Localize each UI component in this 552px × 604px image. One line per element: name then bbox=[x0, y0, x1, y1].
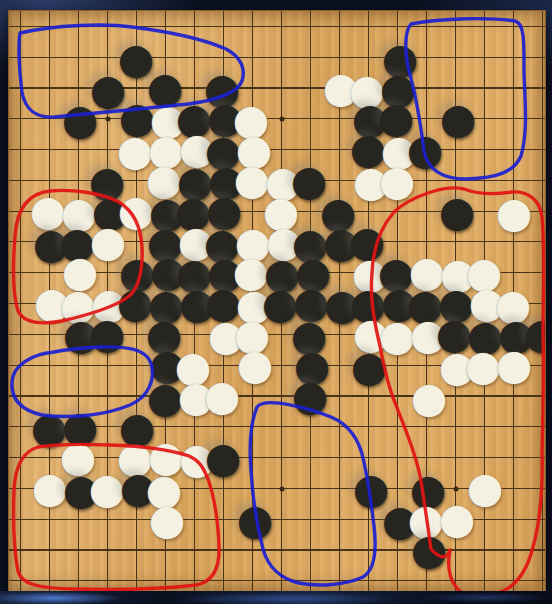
board-cell-17-11[interactable] bbox=[470, 319, 499, 350]
board-cell-10-2[interactable] bbox=[267, 42, 296, 73]
board-cell-2-14[interactable] bbox=[35, 411, 64, 442]
board-cell-11-17[interactable] bbox=[296, 504, 325, 535]
board-cell-12-17[interactable] bbox=[325, 504, 354, 535]
board-cell-5-2[interactable] bbox=[122, 42, 151, 73]
board-cell-10-6[interactable] bbox=[267, 165, 296, 196]
board-cell-19-5[interactable] bbox=[528, 134, 546, 165]
board-cell-8-10[interactable] bbox=[209, 288, 238, 319]
board-cell-1-4[interactable] bbox=[8, 103, 35, 134]
board-cell-1-11[interactable] bbox=[8, 319, 35, 350]
board-cell-11-10[interactable] bbox=[296, 288, 325, 319]
board-cell-9-17[interactable] bbox=[238, 504, 267, 535]
board-cell-11-14[interactable] bbox=[296, 411, 325, 442]
board-cell-8-9[interactable] bbox=[209, 257, 238, 288]
board-cell-3-1[interactable] bbox=[64, 11, 93, 42]
board-cell-2-8[interactable] bbox=[35, 227, 64, 258]
board-cell-1-13[interactable] bbox=[8, 381, 35, 412]
board-cell-3-4[interactable] bbox=[64, 103, 93, 134]
board-cell-2-6[interactable] bbox=[35, 165, 64, 196]
board-cell-11-2[interactable] bbox=[296, 42, 325, 73]
board-cell-10-1[interactable] bbox=[267, 11, 296, 42]
board-cell-19-3[interactable] bbox=[528, 73, 546, 104]
board-cell-1-19[interactable] bbox=[8, 565, 35, 592]
board-cell-19-16[interactable] bbox=[528, 473, 546, 504]
board-cell-5-5[interactable] bbox=[122, 134, 151, 165]
board-cell-17-10[interactable] bbox=[470, 288, 499, 319]
board-cell-5-18[interactable] bbox=[122, 535, 151, 566]
board-cell-13-9[interactable] bbox=[354, 257, 383, 288]
board-cell-3-16[interactable] bbox=[64, 473, 93, 504]
board-cell-3-11[interactable] bbox=[64, 319, 93, 350]
board-cell-18-9[interactable] bbox=[499, 257, 528, 288]
board-cell-8-13[interactable] bbox=[209, 381, 238, 412]
board-cell-7-12[interactable] bbox=[180, 350, 209, 381]
board-cell-16-19[interactable] bbox=[441, 565, 470, 592]
board-cell-14-4[interactable] bbox=[383, 103, 412, 134]
board-cell-15-5[interactable] bbox=[412, 134, 441, 165]
board-cell-12-11[interactable] bbox=[325, 319, 354, 350]
board-cell-4-14[interactable] bbox=[93, 411, 122, 442]
board-cell-16-1[interactable] bbox=[441, 11, 470, 42]
board-cell-2-16[interactable] bbox=[35, 473, 64, 504]
board-cell-19-6[interactable] bbox=[528, 165, 546, 196]
board-cell-14-7[interactable] bbox=[383, 196, 412, 227]
board-cell-18-1[interactable] bbox=[499, 11, 528, 42]
board-cell-11-15[interactable] bbox=[296, 442, 325, 473]
board-cell-13-2[interactable] bbox=[354, 42, 383, 73]
board-cell-15-1[interactable] bbox=[412, 11, 441, 42]
board-cell-8-8[interactable] bbox=[209, 227, 238, 258]
board-cell-6-1[interactable] bbox=[151, 11, 180, 42]
board-cell-4-13[interactable] bbox=[93, 381, 122, 412]
board-cell-18-2[interactable] bbox=[499, 42, 528, 73]
board-cell-11-1[interactable] bbox=[296, 11, 325, 42]
board-cell-17-2[interactable] bbox=[470, 42, 499, 73]
board-cell-7-17[interactable] bbox=[180, 504, 209, 535]
board-cell-8-2[interactable] bbox=[209, 42, 238, 73]
board-cell-2-10[interactable] bbox=[35, 288, 64, 319]
board-cell-4-19[interactable] bbox=[93, 565, 122, 592]
board-cell-12-16[interactable] bbox=[325, 473, 354, 504]
board-cell-18-18[interactable] bbox=[499, 535, 528, 566]
board-cell-2-1[interactable] bbox=[35, 11, 64, 42]
board-cell-16-2[interactable] bbox=[441, 42, 470, 73]
board-cell-7-11[interactable] bbox=[180, 319, 209, 350]
board-cell-5-14[interactable] bbox=[122, 411, 151, 442]
board-cell-7-2[interactable] bbox=[180, 42, 209, 73]
board-cell-13-3[interactable] bbox=[354, 73, 383, 104]
board-cell-12-18[interactable] bbox=[325, 535, 354, 566]
board-cell-16-9[interactable] bbox=[441, 257, 470, 288]
board-cell-3-15[interactable] bbox=[64, 442, 93, 473]
board-cell-6-7[interactable] bbox=[151, 196, 180, 227]
board-cell-8-3[interactable] bbox=[209, 73, 238, 104]
board-cell-2-18[interactable] bbox=[35, 535, 64, 566]
board-cell-3-14[interactable] bbox=[64, 411, 93, 442]
board-cell-7-16[interactable] bbox=[180, 473, 209, 504]
board-cell-15-9[interactable] bbox=[412, 257, 441, 288]
board-cell-19-10[interactable] bbox=[528, 288, 546, 319]
board-cell-8-4[interactable] bbox=[209, 103, 238, 134]
board-cell-14-2[interactable] bbox=[383, 42, 412, 73]
board-cell-18-15[interactable] bbox=[499, 442, 528, 473]
board-cell-7-14[interactable] bbox=[180, 411, 209, 442]
board-cell-8-19[interactable] bbox=[209, 565, 238, 592]
board-cell-10-8[interactable] bbox=[267, 227, 296, 258]
board-cell-5-4[interactable] bbox=[122, 103, 151, 134]
board-cell-1-9[interactable] bbox=[8, 257, 35, 288]
board-cell-17-5[interactable] bbox=[470, 134, 499, 165]
board-cell-13-1[interactable] bbox=[354, 11, 383, 42]
board-cell-13-18[interactable] bbox=[354, 535, 383, 566]
board-cell-14-14[interactable] bbox=[383, 411, 412, 442]
board-cell-3-7[interactable] bbox=[64, 196, 93, 227]
board-cell-3-12[interactable] bbox=[64, 350, 93, 381]
board-cell-4-18[interactable] bbox=[93, 535, 122, 566]
board-cell-6-3[interactable] bbox=[151, 73, 180, 104]
board-cell-3-19[interactable] bbox=[64, 565, 93, 592]
board-cell-3-9[interactable] bbox=[64, 257, 93, 288]
board-cell-8-11[interactable] bbox=[209, 319, 238, 350]
board-cell-5-10[interactable] bbox=[122, 288, 151, 319]
board-cell-18-7[interactable] bbox=[499, 196, 528, 227]
board-cell-5-7[interactable] bbox=[122, 196, 151, 227]
board-cell-17-6[interactable] bbox=[470, 165, 499, 196]
board-cell-5-16[interactable] bbox=[122, 473, 151, 504]
board-cell-8-16[interactable] bbox=[209, 473, 238, 504]
board-cell-17-8[interactable] bbox=[470, 227, 499, 258]
board-cell-15-3[interactable] bbox=[412, 73, 441, 104]
board-cell-14-19[interactable] bbox=[383, 565, 412, 592]
board-cell-13-8[interactable] bbox=[354, 227, 383, 258]
board-cell-17-17[interactable] bbox=[470, 504, 499, 535]
board-cell-10-13[interactable] bbox=[267, 381, 296, 412]
board-cell-2-4[interactable] bbox=[35, 103, 64, 134]
board-cell-16-3[interactable] bbox=[441, 73, 470, 104]
board-cell-1-17[interactable] bbox=[8, 504, 35, 535]
board-cell-19-17[interactable] bbox=[528, 504, 546, 535]
board-cell-10-7[interactable] bbox=[267, 196, 296, 227]
board-cell-19-18[interactable] bbox=[528, 535, 546, 566]
board-cell-6-18[interactable] bbox=[151, 535, 180, 566]
board-cell-7-6[interactable] bbox=[180, 165, 209, 196]
board-cell-4-11[interactable] bbox=[93, 319, 122, 350]
board-cell-7-5[interactable] bbox=[180, 134, 209, 165]
board-cell-8-14[interactable] bbox=[209, 411, 238, 442]
board-cell-8-17[interactable] bbox=[209, 504, 238, 535]
board-cell-19-11[interactable] bbox=[528, 319, 546, 350]
board-cell-17-13[interactable] bbox=[470, 381, 499, 412]
board-cell-2-19[interactable] bbox=[35, 565, 64, 592]
board-cell-11-16[interactable] bbox=[296, 473, 325, 504]
board-cell-13-5[interactable] bbox=[354, 134, 383, 165]
board-cell-17-18[interactable] bbox=[470, 535, 499, 566]
board-cell-5-8[interactable] bbox=[122, 227, 151, 258]
board-cell-9-2[interactable] bbox=[238, 42, 267, 73]
board-cell-14-10[interactable] bbox=[383, 288, 412, 319]
board-cell-19-2[interactable] bbox=[528, 42, 546, 73]
board-cell-7-19[interactable] bbox=[180, 565, 209, 592]
board-cell-10-19[interactable] bbox=[267, 565, 296, 592]
board-cell-17-14[interactable] bbox=[470, 411, 499, 442]
board-cell-6-17[interactable] bbox=[151, 504, 180, 535]
board-cell-19-15[interactable] bbox=[528, 442, 546, 473]
board-cell-11-7[interactable] bbox=[296, 196, 325, 227]
board-cell-6-5[interactable] bbox=[151, 134, 180, 165]
board-cell-14-1[interactable] bbox=[383, 11, 412, 42]
board-cell-11-3[interactable] bbox=[296, 73, 325, 104]
board-cell-11-4[interactable] bbox=[296, 103, 325, 134]
board-cell-12-4[interactable] bbox=[325, 103, 354, 134]
board-cell-12-6[interactable] bbox=[325, 165, 354, 196]
board-cell-14-16[interactable] bbox=[383, 473, 412, 504]
board-cell-14-3[interactable] bbox=[383, 73, 412, 104]
board-cell-7-10[interactable] bbox=[180, 288, 209, 319]
board-cell-7-9[interactable] bbox=[180, 257, 209, 288]
board-cell-5-3[interactable] bbox=[122, 73, 151, 104]
board-cell-15-4[interactable] bbox=[412, 103, 441, 134]
board-cell-17-16[interactable] bbox=[470, 473, 499, 504]
board-cell-10-12[interactable] bbox=[267, 350, 296, 381]
board-cell-18-8[interactable] bbox=[499, 227, 528, 258]
board-cell-17-3[interactable] bbox=[470, 73, 499, 104]
board-cell-19-13[interactable] bbox=[528, 381, 546, 412]
board-cell-3-17[interactable] bbox=[64, 504, 93, 535]
board-cell-11-11[interactable] bbox=[296, 319, 325, 350]
board-cell-12-2[interactable] bbox=[325, 42, 354, 73]
board-cell-10-5[interactable] bbox=[267, 134, 296, 165]
board-cell-5-1[interactable] bbox=[122, 11, 151, 42]
board-cell-16-12[interactable] bbox=[441, 350, 470, 381]
board-cell-18-6[interactable] bbox=[499, 165, 528, 196]
board-cell-13-12[interactable] bbox=[354, 350, 383, 381]
board-cell-18-3[interactable] bbox=[499, 73, 528, 104]
board-cell-1-5[interactable] bbox=[8, 134, 35, 165]
board-cell-15-13[interactable] bbox=[412, 381, 441, 412]
board-cell-2-2[interactable] bbox=[35, 42, 64, 73]
board-cell-10-11[interactable] bbox=[267, 319, 296, 350]
board-cell-11-6[interactable] bbox=[296, 165, 325, 196]
board-cell-10-17[interactable] bbox=[267, 504, 296, 535]
board-cell-11-9[interactable] bbox=[296, 257, 325, 288]
board-cell-11-8[interactable] bbox=[296, 227, 325, 258]
board-cell-1-18[interactable] bbox=[8, 535, 35, 566]
board-cell-8-18[interactable] bbox=[209, 535, 238, 566]
board-cell-7-8[interactable] bbox=[180, 227, 209, 258]
board-cell-14-18[interactable] bbox=[383, 535, 412, 566]
board-cell-4-1[interactable] bbox=[93, 11, 122, 42]
board-cell-18-4[interactable] bbox=[499, 103, 528, 134]
board-cell-10-14[interactable] bbox=[267, 411, 296, 442]
board-cell-4-17[interactable] bbox=[93, 504, 122, 535]
board-cell-16-11[interactable] bbox=[441, 319, 470, 350]
board-cell-8-12[interactable] bbox=[209, 350, 238, 381]
board-cell-6-13[interactable] bbox=[151, 381, 180, 412]
board-cell-4-8[interactable] bbox=[93, 227, 122, 258]
board-cell-4-12[interactable] bbox=[93, 350, 122, 381]
board-cell-6-2[interactable] bbox=[151, 42, 180, 73]
board-cell-15-19[interactable] bbox=[412, 565, 441, 592]
board-cell-6-11[interactable] bbox=[151, 319, 180, 350]
board-cell-10-9[interactable] bbox=[267, 257, 296, 288]
board-cell-19-7[interactable] bbox=[528, 196, 546, 227]
board-cell-13-6[interactable] bbox=[354, 165, 383, 196]
board-cell-6-6[interactable] bbox=[151, 165, 180, 196]
board-cell-1-6[interactable] bbox=[8, 165, 35, 196]
board-cell-1-8[interactable] bbox=[8, 227, 35, 258]
board-cell-1-2[interactable] bbox=[8, 42, 35, 73]
board-cell-19-14[interactable] bbox=[528, 411, 546, 442]
board-cell-16-8[interactable] bbox=[441, 227, 470, 258]
board-cell-13-15[interactable] bbox=[354, 442, 383, 473]
board-cell-9-3[interactable] bbox=[238, 73, 267, 104]
board-cell-2-9[interactable] bbox=[35, 257, 64, 288]
board-cell-13-19[interactable] bbox=[354, 565, 383, 592]
board-cell-6-12[interactable] bbox=[151, 350, 180, 381]
board-cell-6-19[interactable] bbox=[151, 565, 180, 592]
board-cell-4-2[interactable] bbox=[93, 42, 122, 73]
board-cell-11-12[interactable] bbox=[296, 350, 325, 381]
board-cell-17-19[interactable] bbox=[470, 565, 499, 592]
board-cell-2-5[interactable] bbox=[35, 134, 64, 165]
board-cell-2-11[interactable] bbox=[35, 319, 64, 350]
board-cell-6-14[interactable] bbox=[151, 411, 180, 442]
board-cell-2-13[interactable] bbox=[35, 381, 64, 412]
board-cell-3-8[interactable] bbox=[64, 227, 93, 258]
board-cell-15-18[interactable] bbox=[412, 535, 441, 566]
board-cell-11-13[interactable] bbox=[296, 381, 325, 412]
board-cell-19-4[interactable] bbox=[528, 103, 546, 134]
board-cell-8-7[interactable] bbox=[209, 196, 238, 227]
board-cell-1-12[interactable] bbox=[8, 350, 35, 381]
board-cell-9-4[interactable] bbox=[238, 103, 267, 134]
board-cell-19-19[interactable] bbox=[528, 565, 546, 592]
board-cell-14-12[interactable] bbox=[383, 350, 412, 381]
board-cell-2-12[interactable] bbox=[35, 350, 64, 381]
board-cell-3-5[interactable] bbox=[64, 134, 93, 165]
board-cell-12-8[interactable] bbox=[325, 227, 354, 258]
board-cell-9-8[interactable] bbox=[238, 227, 267, 258]
board-cell-3-18[interactable] bbox=[64, 535, 93, 566]
board-cell-9-16[interactable] bbox=[238, 473, 267, 504]
board-cell-5-12[interactable] bbox=[122, 350, 151, 381]
board-cell-19-12[interactable] bbox=[528, 350, 546, 381]
board-cell-12-3[interactable] bbox=[325, 73, 354, 104]
board-cell-10-15[interactable] bbox=[267, 442, 296, 473]
board-cell-16-13[interactable] bbox=[441, 381, 470, 412]
board-cell-8-6[interactable] bbox=[209, 165, 238, 196]
board-cell-10-3[interactable] bbox=[267, 73, 296, 104]
board-cell-17-1[interactable] bbox=[470, 11, 499, 42]
board-cell-7-13[interactable] bbox=[180, 381, 209, 412]
board-cell-2-15[interactable] bbox=[35, 442, 64, 473]
board-cell-19-1[interactable] bbox=[528, 11, 546, 42]
board-cell-5-11[interactable] bbox=[122, 319, 151, 350]
board-cell-15-7[interactable] bbox=[412, 196, 441, 227]
board-cell-1-10[interactable] bbox=[8, 288, 35, 319]
board-cell-1-1[interactable] bbox=[8, 11, 35, 42]
board-cell-8-15[interactable] bbox=[209, 442, 238, 473]
board-cell-3-13[interactable] bbox=[64, 381, 93, 412]
board-cell-15-2[interactable] bbox=[412, 42, 441, 73]
board-cell-15-10[interactable] bbox=[412, 288, 441, 319]
board-cell-4-3[interactable] bbox=[93, 73, 122, 104]
board-cell-16-6[interactable] bbox=[441, 165, 470, 196]
board-cell-4-7[interactable] bbox=[93, 196, 122, 227]
board-cell-15-11[interactable] bbox=[412, 319, 441, 350]
board-cell-5-15[interactable] bbox=[122, 442, 151, 473]
board-cell-19-8[interactable] bbox=[528, 227, 546, 258]
board-cell-15-6[interactable] bbox=[412, 165, 441, 196]
board-cell-14-8[interactable] bbox=[383, 227, 412, 258]
board-cell-12-13[interactable] bbox=[325, 381, 354, 412]
board-cell-5-13[interactable] bbox=[122, 381, 151, 412]
board-cell-3-10[interactable] bbox=[64, 288, 93, 319]
board-cell-15-15[interactable] bbox=[412, 442, 441, 473]
board-cell-15-12[interactable] bbox=[412, 350, 441, 381]
board-cell-7-3[interactable] bbox=[180, 73, 209, 104]
board-cell-6-9[interactable] bbox=[151, 257, 180, 288]
board-cell-3-2[interactable] bbox=[64, 42, 93, 73]
board-cell-8-1[interactable] bbox=[209, 11, 238, 42]
board-cell-15-17[interactable] bbox=[412, 504, 441, 535]
board-cell-9-19[interactable] bbox=[238, 565, 267, 592]
board-cell-9-9[interactable] bbox=[238, 257, 267, 288]
board-cell-12-10[interactable] bbox=[325, 288, 354, 319]
board-cell-6-15[interactable] bbox=[151, 442, 180, 473]
board-cell-18-17[interactable] bbox=[499, 504, 528, 535]
board-cell-5-9[interactable] bbox=[122, 257, 151, 288]
board-cell-9-5[interactable] bbox=[238, 134, 267, 165]
board-cell-18-11[interactable] bbox=[499, 319, 528, 350]
board-cell-13-7[interactable] bbox=[354, 196, 383, 227]
board-cell-6-8[interactable] bbox=[151, 227, 180, 258]
board-cell-14-13[interactable] bbox=[383, 381, 412, 412]
board-cell-13-16[interactable] bbox=[354, 473, 383, 504]
board-cell-7-18[interactable] bbox=[180, 535, 209, 566]
board-cell-2-17[interactable] bbox=[35, 504, 64, 535]
board-cell-13-4[interactable] bbox=[354, 103, 383, 134]
board-cell-1-7[interactable] bbox=[8, 196, 35, 227]
board-cell-18-5[interactable] bbox=[499, 134, 528, 165]
board-cell-15-14[interactable] bbox=[412, 411, 441, 442]
board-cell-7-7[interactable] bbox=[180, 196, 209, 227]
board-cell-9-13[interactable] bbox=[238, 381, 267, 412]
go-board[interactable]: ●●●●●●●●●●●●●●●●●●●●●●●●●●●●●●●●●●●●●●●●… bbox=[8, 10, 546, 592]
board-cell-9-6[interactable] bbox=[238, 165, 267, 196]
board-cell-11-18[interactable] bbox=[296, 535, 325, 566]
board-cell-8-5[interactable] bbox=[209, 134, 238, 165]
board-cell-7-15[interactable] bbox=[180, 442, 209, 473]
board-cell-11-5[interactable] bbox=[296, 134, 325, 165]
board-cell-1-14[interactable] bbox=[8, 411, 35, 442]
board-cell-12-12[interactable] bbox=[325, 350, 354, 381]
board-cell-3-6[interactable] bbox=[64, 165, 93, 196]
board-cell-16-7[interactable] bbox=[441, 196, 470, 227]
board-cell-15-8[interactable] bbox=[412, 227, 441, 258]
board-cell-9-14[interactable] bbox=[238, 411, 267, 442]
board-cell-18-10[interactable] bbox=[499, 288, 528, 319]
board-cell-1-16[interactable] bbox=[8, 473, 35, 504]
board-cell-14-11[interactable] bbox=[383, 319, 412, 350]
board-cell-13-11[interactable] bbox=[354, 319, 383, 350]
board-cell-17-9[interactable] bbox=[470, 257, 499, 288]
board-cell-18-12[interactable] bbox=[499, 350, 528, 381]
board-cell-13-10[interactable] bbox=[354, 288, 383, 319]
board-cell-9-12[interactable] bbox=[238, 350, 267, 381]
board-cell-14-5[interactable] bbox=[383, 134, 412, 165]
board-cell-12-19[interactable] bbox=[325, 565, 354, 592]
